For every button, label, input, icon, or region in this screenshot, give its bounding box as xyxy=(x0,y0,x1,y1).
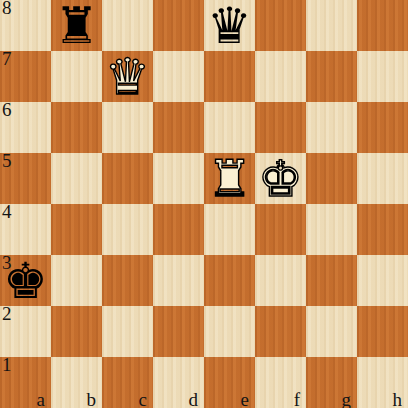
square-h6[interactable] xyxy=(357,102,408,153)
square-h7[interactable] xyxy=(357,51,408,102)
square-a8[interactable]: 8 xyxy=(0,0,51,51)
square-a2[interactable]: 2 xyxy=(0,306,51,357)
square-d7[interactable] xyxy=(153,51,204,102)
square-b6[interactable] xyxy=(51,102,102,153)
rank-label-1: 1 xyxy=(2,355,12,376)
square-c6[interactable] xyxy=(102,102,153,153)
square-d1[interactable]: d xyxy=(153,357,204,408)
square-c7[interactable]: ♛ xyxy=(102,51,153,102)
square-d5[interactable] xyxy=(153,153,204,204)
square-f6[interactable] xyxy=(255,102,306,153)
square-g7[interactable] xyxy=(306,51,357,102)
square-a1[interactable]: 1a xyxy=(0,357,51,408)
square-b7[interactable] xyxy=(51,51,102,102)
square-d6[interactable] xyxy=(153,102,204,153)
file-label-g: g xyxy=(342,390,352,408)
square-h3[interactable] xyxy=(357,255,408,306)
square-f3[interactable] xyxy=(255,255,306,306)
rank-label-4: 4 xyxy=(2,202,12,223)
square-a4[interactable]: 4 xyxy=(0,204,51,255)
square-e4[interactable] xyxy=(204,204,255,255)
piece-white-king-f5[interactable]: ♚ xyxy=(255,153,306,204)
square-a7[interactable]: 7 xyxy=(0,51,51,102)
square-c1[interactable]: c xyxy=(102,357,153,408)
square-g5[interactable] xyxy=(306,153,357,204)
square-f4[interactable] xyxy=(255,204,306,255)
file-label-c: c xyxy=(139,390,147,408)
piece-black-queen-e8[interactable]: ♛ xyxy=(204,0,255,51)
square-g6[interactable] xyxy=(306,102,357,153)
square-h8[interactable] xyxy=(357,0,408,51)
square-f2[interactable] xyxy=(255,306,306,357)
piece-white-rook-e5[interactable]: ♜ xyxy=(204,153,255,204)
piece-white-queen-c7[interactable]: ♛ xyxy=(102,51,153,102)
square-e6[interactable] xyxy=(204,102,255,153)
square-e1[interactable]: e xyxy=(204,357,255,408)
square-f1[interactable]: f xyxy=(255,357,306,408)
square-g3[interactable] xyxy=(306,255,357,306)
square-h4[interactable] xyxy=(357,204,408,255)
file-label-f: f xyxy=(294,390,300,408)
piece-black-rook-b8[interactable]: ♜ xyxy=(51,0,102,51)
square-g1[interactable]: g xyxy=(306,357,357,408)
file-label-b: b xyxy=(87,390,97,408)
square-h2[interactable] xyxy=(357,306,408,357)
square-d4[interactable] xyxy=(153,204,204,255)
square-g4[interactable] xyxy=(306,204,357,255)
square-a5[interactable]: 5 xyxy=(0,153,51,204)
square-b2[interactable] xyxy=(51,306,102,357)
square-g2[interactable] xyxy=(306,306,357,357)
chess-board: 8♜♛7♛65♜♚43♚21abcdefgh xyxy=(0,0,408,408)
rank-label-6: 6 xyxy=(2,100,12,121)
square-f5[interactable]: ♚ xyxy=(255,153,306,204)
square-c8[interactable] xyxy=(102,0,153,51)
square-d2[interactable] xyxy=(153,306,204,357)
square-b4[interactable] xyxy=(51,204,102,255)
square-c4[interactable] xyxy=(102,204,153,255)
square-h1[interactable]: h xyxy=(357,357,408,408)
rank-label-7: 7 xyxy=(2,49,12,70)
square-a6[interactable]: 6 xyxy=(0,102,51,153)
rank-label-2: 2 xyxy=(2,304,12,325)
rank-label-8: 8 xyxy=(2,0,12,19)
square-g8[interactable] xyxy=(306,0,357,51)
file-label-h: h xyxy=(393,390,403,408)
square-b1[interactable]: b xyxy=(51,357,102,408)
square-f8[interactable] xyxy=(255,0,306,51)
square-b8[interactable]: ♜ xyxy=(51,0,102,51)
square-f7[interactable] xyxy=(255,51,306,102)
file-label-a: a xyxy=(37,390,45,408)
square-e7[interactable] xyxy=(204,51,255,102)
piece-black-king-a3[interactable]: ♚ xyxy=(0,255,51,306)
square-d3[interactable] xyxy=(153,255,204,306)
file-label-d: d xyxy=(189,390,199,408)
square-b5[interactable] xyxy=(51,153,102,204)
square-e8[interactable]: ♛ xyxy=(204,0,255,51)
rank-label-5: 5 xyxy=(2,151,12,172)
square-d8[interactable] xyxy=(153,0,204,51)
square-c3[interactable] xyxy=(102,255,153,306)
square-e2[interactable] xyxy=(204,306,255,357)
square-h5[interactable] xyxy=(357,153,408,204)
square-e5[interactable]: ♜ xyxy=(204,153,255,204)
square-e3[interactable] xyxy=(204,255,255,306)
square-a3[interactable]: 3♚ xyxy=(0,255,51,306)
square-c2[interactable] xyxy=(102,306,153,357)
square-c5[interactable] xyxy=(102,153,153,204)
square-b3[interactable] xyxy=(51,255,102,306)
file-label-e: e xyxy=(241,390,249,408)
